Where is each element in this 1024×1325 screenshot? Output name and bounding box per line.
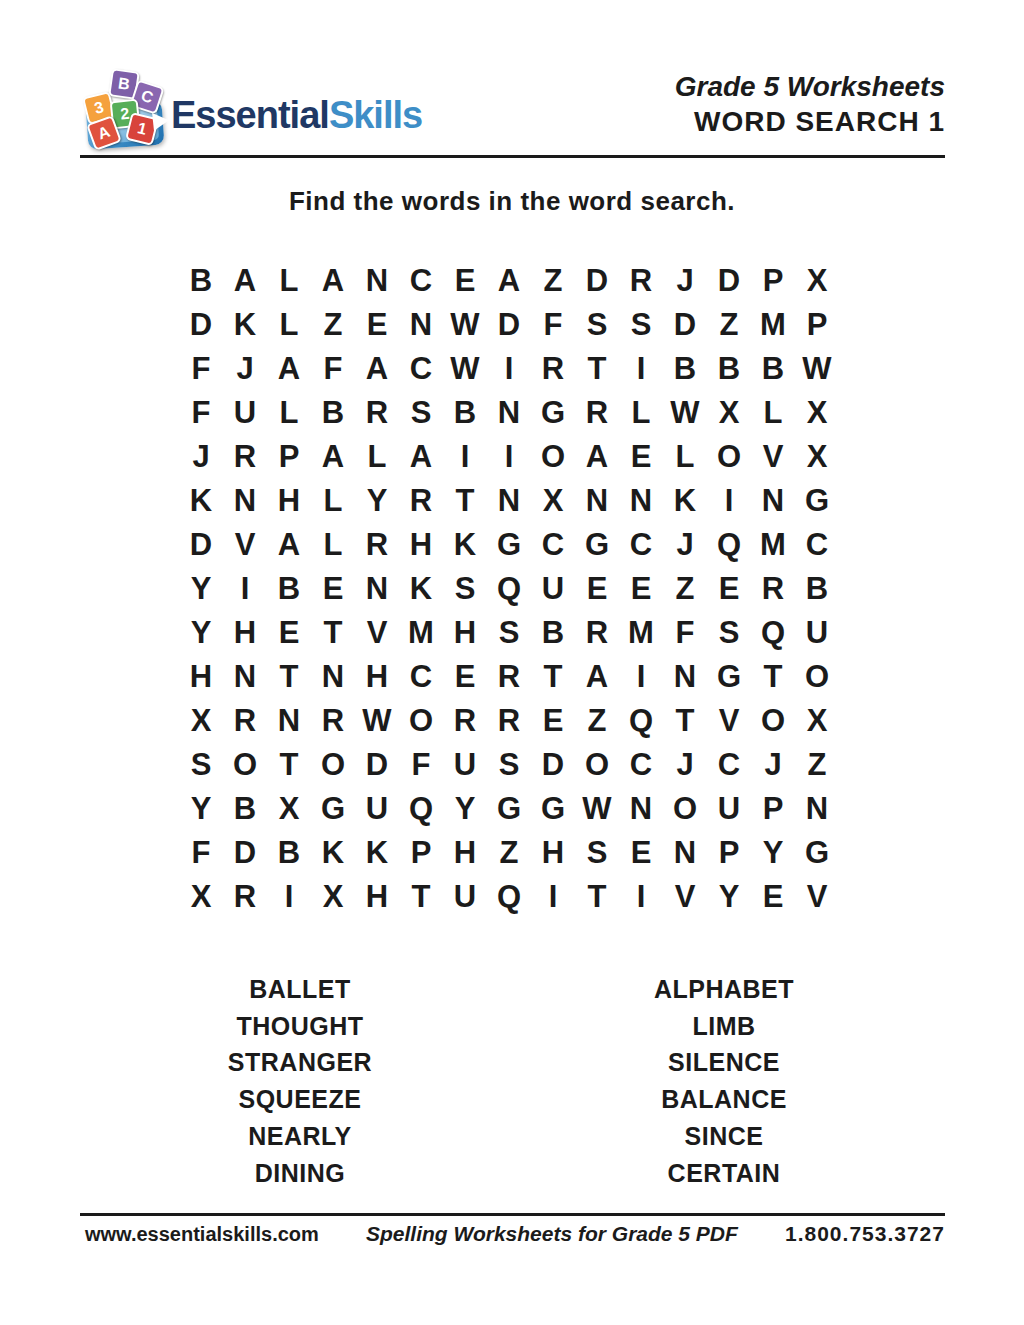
grid-cell-r5c2: R xyxy=(223,435,267,479)
grid-cell-r1c3: L xyxy=(267,259,311,303)
grid-cell-r13c10: W xyxy=(575,787,619,831)
grid-cell-r3c15: W xyxy=(795,347,839,391)
grid-cell-r4c4: B xyxy=(311,391,355,435)
grid-cell-r1c11: R xyxy=(619,259,663,303)
grid-cell-r13c3: X xyxy=(267,787,311,831)
grid-cell-r8c15: B xyxy=(795,567,839,611)
grid-cell-r3c7: W xyxy=(443,347,487,391)
grid-cell-r5c10: A xyxy=(575,435,619,479)
grid-cell-r7c2: V xyxy=(223,523,267,567)
grid-cell-r5c9: O xyxy=(531,435,575,479)
grid-cell-r12c6: F xyxy=(399,743,443,787)
grid-cell-r4c10: R xyxy=(575,391,619,435)
logo-arrow-icon xyxy=(152,111,170,131)
grid-cell-r14c4: K xyxy=(311,831,355,875)
grid-cell-r9c1: Y xyxy=(179,611,223,655)
grid-cell-r10c4: N xyxy=(311,655,355,699)
grid-cell-r15c13: Y xyxy=(707,875,751,919)
grid-cell-r8c1: Y xyxy=(179,567,223,611)
grid-cell-r13c2: B xyxy=(223,787,267,831)
grid-cell-r1c9: Z xyxy=(531,259,575,303)
grid-cell-r8c2: I xyxy=(223,567,267,611)
grid-cell-r6c15: G xyxy=(795,479,839,523)
grid-cell-r2c11: S xyxy=(619,303,663,347)
grid-cell-r7c1: D xyxy=(179,523,223,567)
grid-cell-r1c1: B xyxy=(179,259,223,303)
grid-cell-r4c8: N xyxy=(487,391,531,435)
word-item-since: SINCE xyxy=(685,1118,764,1155)
grid-cell-r1c4: A xyxy=(311,259,355,303)
grid-cell-r10c7: E xyxy=(443,655,487,699)
grid-cell-r14c12: N xyxy=(663,831,707,875)
grid-cell-r2c2: K xyxy=(223,303,267,347)
grid-cell-r14c8: Z xyxy=(487,831,531,875)
grid-cell-r3c8: I xyxy=(487,347,531,391)
grid-cell-r10c8: R xyxy=(487,655,531,699)
grid-cell-r15c8: Q xyxy=(487,875,531,919)
grid-cell-r10c14: T xyxy=(751,655,795,699)
grid-cell-r15c5: H xyxy=(355,875,399,919)
grid-cell-r14c5: K xyxy=(355,831,399,875)
footer-website: www.essentialskills.com xyxy=(85,1223,319,1246)
grid-cell-r7c9: C xyxy=(531,523,575,567)
footer-tagline: Spelling Worksheets for Grade 5 PDF xyxy=(366,1222,738,1246)
grid-cell-r13c4: G xyxy=(311,787,355,831)
grid-cell-r6c7: T xyxy=(443,479,487,523)
word-list-right: ALPHABETLIMBSILENCEBALANCESINCECERTAIN xyxy=(512,971,936,1191)
grid-cell-r11c15: X xyxy=(795,699,839,743)
grid-cell-r6c10: N xyxy=(575,479,619,523)
word-search-grid: BALANCEAZDRJDPXDKLZENWDFSSDZMPFJAFACWIRT… xyxy=(179,259,839,919)
grid-cell-r12c5: D xyxy=(355,743,399,787)
grid-cell-r9c11: M xyxy=(619,611,663,655)
grid-cell-r7c12: J xyxy=(663,523,707,567)
grid-cell-r7c11: C xyxy=(619,523,663,567)
grid-cell-r9c2: H xyxy=(223,611,267,655)
grid-cell-r12c11: C xyxy=(619,743,663,787)
grid-cell-r4c13: X xyxy=(707,391,751,435)
grid-cell-r11c8: R xyxy=(487,699,531,743)
grid-cell-r14c3: B xyxy=(267,831,311,875)
grid-cell-r10c13: G xyxy=(707,655,751,699)
grid-cell-r11c4: R xyxy=(311,699,355,743)
grid-cell-r14c15: G xyxy=(795,831,839,875)
grid-cell-r14c7: H xyxy=(443,831,487,875)
grid-cell-r6c13: I xyxy=(707,479,751,523)
grid-cell-r13c11: N xyxy=(619,787,663,831)
grid-cell-r15c1: X xyxy=(179,875,223,919)
grid-cell-r12c15: Z xyxy=(795,743,839,787)
grid-cell-r3c6: C xyxy=(399,347,443,391)
grid-cell-r13c12: O xyxy=(663,787,707,831)
grid-cell-r1c10: D xyxy=(575,259,619,303)
grid-cell-r2c10: S xyxy=(575,303,619,347)
grid-cell-r12c3: T xyxy=(267,743,311,787)
grid-cell-r12c7: U xyxy=(443,743,487,787)
grid-cell-r6c12: K xyxy=(663,479,707,523)
grid-cell-r9c9: B xyxy=(531,611,575,655)
grid-cell-r9c3: E xyxy=(267,611,311,655)
grid-cell-r11c12: T xyxy=(663,699,707,743)
grid-cell-r14c14: Y xyxy=(751,831,795,875)
word-item-silence: SILENCE xyxy=(668,1044,780,1081)
worksheet-series-title: Grade 5 Worksheets xyxy=(675,70,945,104)
logo-text-essential: Essential xyxy=(171,94,329,136)
grid-cell-r13c1: Y xyxy=(179,787,223,831)
grid-cell-r2c7: W xyxy=(443,303,487,347)
grid-cell-r11c11: Q xyxy=(619,699,663,743)
grid-cell-r2c6: N xyxy=(399,303,443,347)
grid-cell-r4c2: U xyxy=(223,391,267,435)
grid-cell-r9c7: H xyxy=(443,611,487,655)
word-item-balance: BALANCE xyxy=(661,1081,787,1118)
header: 3BC2A1 EssentialSkills Grade 5 Worksheet… xyxy=(85,68,945,158)
instruction-text: Find the words in the word search. xyxy=(0,186,1024,217)
grid-cell-r8c6: K xyxy=(399,567,443,611)
grid-cell-r2c3: L xyxy=(267,303,311,347)
grid-cell-r2c13: Z xyxy=(707,303,751,347)
grid-cell-r6c1: K xyxy=(179,479,223,523)
grid-cell-r1c13: D xyxy=(707,259,751,303)
grid-cell-r12c2: O xyxy=(223,743,267,787)
worksheet-page: 3BC2A1 EssentialSkills Grade 5 Worksheet… xyxy=(0,0,1024,1325)
grid-cell-r13c6: Q xyxy=(399,787,443,831)
grid-cell-r6c2: N xyxy=(223,479,267,523)
grid-cell-r12c12: J xyxy=(663,743,707,787)
grid-cell-r3c11: I xyxy=(619,347,663,391)
grid-cell-r3c1: F xyxy=(179,347,223,391)
word-item-limb: LIMB xyxy=(692,1008,755,1045)
grid-cell-r15c3: I xyxy=(267,875,311,919)
grid-cell-r5c1: J xyxy=(179,435,223,479)
grid-cell-r13c5: U xyxy=(355,787,399,831)
grid-cell-r12c9: D xyxy=(531,743,575,787)
grid-cell-r10c15: O xyxy=(795,655,839,699)
word-item-dining: DINING xyxy=(255,1155,346,1192)
grid-cell-r4c7: B xyxy=(443,391,487,435)
grid-cell-r1c15: X xyxy=(795,259,839,303)
header-divider xyxy=(80,155,945,158)
grid-cell-r3c3: A xyxy=(267,347,311,391)
grid-cell-r12c14: J xyxy=(751,743,795,787)
grid-cell-r7c13: Q xyxy=(707,523,751,567)
grid-cell-r11c2: R xyxy=(223,699,267,743)
grid-cell-r13c9: G xyxy=(531,787,575,831)
grid-cell-r4c6: S xyxy=(399,391,443,435)
grid-cell-r11c9: E xyxy=(531,699,575,743)
word-list: BALLETTHOUGHTSTRANGERSQUEEZENEARLYDINING… xyxy=(88,971,936,1191)
grid-cell-r1c6: C xyxy=(399,259,443,303)
grid-cell-r13c8: G xyxy=(487,787,531,831)
grid-cell-r7c6: H xyxy=(399,523,443,567)
grid-cell-r10c12: N xyxy=(663,655,707,699)
grid-cell-r12c4: O xyxy=(311,743,355,787)
grid-cell-r9c12: F xyxy=(663,611,707,655)
grid-cell-r7c14: M xyxy=(751,523,795,567)
grid-cell-r9c8: S xyxy=(487,611,531,655)
grid-cell-r6c8: N xyxy=(487,479,531,523)
grid-cell-r5c7: I xyxy=(443,435,487,479)
grid-cell-r14c1: F xyxy=(179,831,223,875)
grid-cell-r10c11: I xyxy=(619,655,663,699)
grid-cell-r11c10: Z xyxy=(575,699,619,743)
grid-cell-r15c9: I xyxy=(531,875,575,919)
grid-cell-r10c5: H xyxy=(355,655,399,699)
grid-cell-r8c8: Q xyxy=(487,567,531,611)
grid-cell-r2c9: F xyxy=(531,303,575,347)
grid-cell-r4c5: R xyxy=(355,391,399,435)
grid-cell-r8c9: U xyxy=(531,567,575,611)
grid-cell-r12c10: O xyxy=(575,743,619,787)
word-item-nearly: NEARLY xyxy=(248,1118,352,1155)
footer: www.essentialskills.com Spelling Workshe… xyxy=(85,1222,945,1246)
word-item-alphabet: ALPHABET xyxy=(654,971,794,1008)
grid-cell-r3c4: F xyxy=(311,347,355,391)
grid-cell-r8c10: E xyxy=(575,567,619,611)
logo-blocks: 3BC2A1 xyxy=(85,70,167,150)
grid-cell-r1c2: A xyxy=(223,259,267,303)
grid-cell-r4c11: L xyxy=(619,391,663,435)
grid-cell-r10c6: C xyxy=(399,655,443,699)
grid-cell-r8c14: R xyxy=(751,567,795,611)
grid-cell-r10c1: H xyxy=(179,655,223,699)
grid-cell-r3c13: B xyxy=(707,347,751,391)
grid-cell-r5c14: V xyxy=(751,435,795,479)
grid-cell-r15c2: R xyxy=(223,875,267,919)
grid-cell-r8c4: E xyxy=(311,567,355,611)
word-item-ballet: BALLET xyxy=(249,971,351,1008)
grid-cell-r10c3: T xyxy=(267,655,311,699)
grid-cell-r9c6: M xyxy=(399,611,443,655)
grid-cell-r15c11: I xyxy=(619,875,663,919)
logo-text-skills: Skills xyxy=(329,94,422,136)
grid-cell-r11c13: V xyxy=(707,699,751,743)
grid-cell-r8c11: E xyxy=(619,567,663,611)
word-item-certain: CERTAIN xyxy=(668,1155,781,1192)
grid-cell-r9c14: Q xyxy=(751,611,795,655)
grid-cell-r8c3: B xyxy=(267,567,311,611)
grid-cell-r2c12: D xyxy=(663,303,707,347)
grid-cell-r2c4: Z xyxy=(311,303,355,347)
grid-cell-r7c15: C xyxy=(795,523,839,567)
grid-cell-r9c15: U xyxy=(795,611,839,655)
page-title: WORD SEARCH 1 xyxy=(675,104,945,140)
grid-cell-r5c5: L xyxy=(355,435,399,479)
grid-cell-r1c12: J xyxy=(663,259,707,303)
grid-cell-r15c14: E xyxy=(751,875,795,919)
grid-cell-r5c4: A xyxy=(311,435,355,479)
grid-cell-r3c12: B xyxy=(663,347,707,391)
word-item-stranger: STRANGER xyxy=(228,1044,372,1081)
grid-cell-r7c4: L xyxy=(311,523,355,567)
grid-cell-r15c10: T xyxy=(575,875,619,919)
grid-cell-r4c12: W xyxy=(663,391,707,435)
grid-cell-r2c15: P xyxy=(795,303,839,347)
grid-cell-r11c7: R xyxy=(443,699,487,743)
grid-cell-r15c4: X xyxy=(311,875,355,919)
grid-cell-r9c5: V xyxy=(355,611,399,655)
grid-cell-r15c12: V xyxy=(663,875,707,919)
grid-cell-r7c3: A xyxy=(267,523,311,567)
word-list-left: BALLETTHOUGHTSTRANGERSQUEEZENEARLYDINING xyxy=(88,971,512,1191)
grid-cell-r11c5: W xyxy=(355,699,399,743)
grid-cell-r15c7: U xyxy=(443,875,487,919)
grid-cell-r14c2: D xyxy=(223,831,267,875)
grid-cell-r11c3: N xyxy=(267,699,311,743)
grid-cell-r4c1: F xyxy=(179,391,223,435)
grid-cell-r8c13: E xyxy=(707,567,751,611)
grid-cell-r9c10: R xyxy=(575,611,619,655)
grid-cell-r6c4: L xyxy=(311,479,355,523)
grid-cell-r12c8: S xyxy=(487,743,531,787)
grid-cell-r1c14: P xyxy=(751,259,795,303)
grid-cell-r6c14: N xyxy=(751,479,795,523)
word-item-thought: THOUGHT xyxy=(236,1008,363,1045)
grid-cell-r12c1: S xyxy=(179,743,223,787)
grid-cell-r8c7: S xyxy=(443,567,487,611)
grid-cell-r8c5: N xyxy=(355,567,399,611)
grid-cell-r14c9: H xyxy=(531,831,575,875)
grid-cell-r15c6: T xyxy=(399,875,443,919)
grid-cell-r8c12: Z xyxy=(663,567,707,611)
grid-cell-r3c9: R xyxy=(531,347,575,391)
grid-cell-r6c3: H xyxy=(267,479,311,523)
grid-cell-r11c1: X xyxy=(179,699,223,743)
word-item-squeeze: SQUEEZE xyxy=(239,1081,362,1118)
grid-cell-r10c9: T xyxy=(531,655,575,699)
grid-cell-r14c11: E xyxy=(619,831,663,875)
grid-cell-r15c15: V xyxy=(795,875,839,919)
grid-cell-r5c13: O xyxy=(707,435,751,479)
grid-cell-r5c11: E xyxy=(619,435,663,479)
grid-cell-r4c3: L xyxy=(267,391,311,435)
grid-cell-r2c5: E xyxy=(355,303,399,347)
grid-cell-r9c13: S xyxy=(707,611,751,655)
footer-divider xyxy=(80,1213,945,1216)
grid-cell-r1c7: E xyxy=(443,259,487,303)
grid-cell-r6c5: Y xyxy=(355,479,399,523)
grid-cell-r13c7: Y xyxy=(443,787,487,831)
grid-cell-r4c14: L xyxy=(751,391,795,435)
grid-cell-r13c15: N xyxy=(795,787,839,831)
header-titles: Grade 5 Worksheets WORD SEARCH 1 xyxy=(675,70,945,140)
grid-cell-r7c10: G xyxy=(575,523,619,567)
grid-cell-r14c13: P xyxy=(707,831,751,875)
grid-cell-r3c5: A xyxy=(355,347,399,391)
grid-cell-r13c13: U xyxy=(707,787,751,831)
grid-cell-r5c15: X xyxy=(795,435,839,479)
grid-cell-r7c5: R xyxy=(355,523,399,567)
grid-cell-r4c9: G xyxy=(531,391,575,435)
grid-cell-r5c6: A xyxy=(399,435,443,479)
grid-cell-r5c12: L xyxy=(663,435,707,479)
logo-wordmark: EssentialSkills xyxy=(171,94,422,137)
grid-cell-r11c14: O xyxy=(751,699,795,743)
grid-cell-r7c7: K xyxy=(443,523,487,567)
grid-cell-r5c3: P xyxy=(267,435,311,479)
grid-cell-r10c10: A xyxy=(575,655,619,699)
grid-cell-r4c15: X xyxy=(795,391,839,435)
grid-cell-r3c10: T xyxy=(575,347,619,391)
footer-phone: 1.800.753.3727 xyxy=(785,1222,945,1246)
grid-cell-r14c6: P xyxy=(399,831,443,875)
grid-cell-r5c8: I xyxy=(487,435,531,479)
essential-skills-logo: 3BC2A1 EssentialSkills xyxy=(85,70,425,158)
grid-cell-r2c8: D xyxy=(487,303,531,347)
grid-cell-r13c14: P xyxy=(751,787,795,831)
grid-cell-r10c2: N xyxy=(223,655,267,699)
grid-cell-r2c14: M xyxy=(751,303,795,347)
grid-cell-r11c6: O xyxy=(399,699,443,743)
grid-cell-r3c14: B xyxy=(751,347,795,391)
grid-cell-r1c5: N xyxy=(355,259,399,303)
grid-cell-r7c8: G xyxy=(487,523,531,567)
grid-cell-r1c8: A xyxy=(487,259,531,303)
grid-cell-r2c1: D xyxy=(179,303,223,347)
grid-cell-r6c9: X xyxy=(531,479,575,523)
grid-cell-r6c11: N xyxy=(619,479,663,523)
grid-cell-r6c6: R xyxy=(399,479,443,523)
grid-cell-r3c2: J xyxy=(223,347,267,391)
grid-cell-r9c4: T xyxy=(311,611,355,655)
grid-cell-r14c10: S xyxy=(575,831,619,875)
grid-cell-r12c13: C xyxy=(707,743,751,787)
